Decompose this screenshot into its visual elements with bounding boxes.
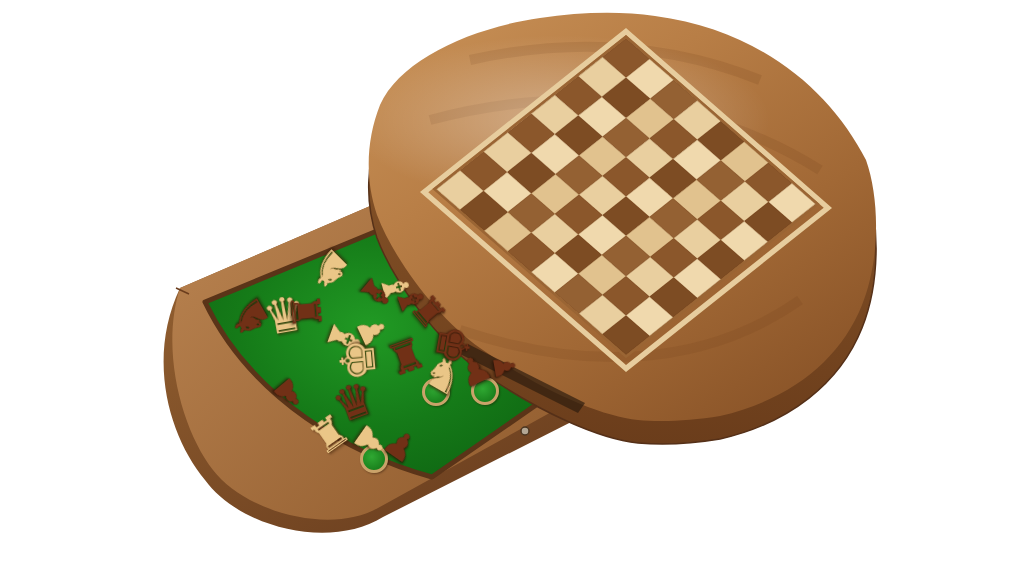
magnet-pin-icon (521, 427, 529, 435)
drawer-piece-dark-pawn: ♟ (488, 352, 520, 382)
drawer-piece-dark-king: ♚ (428, 322, 478, 368)
product-photo-stage: ♞♛♝♚♟♞♟♜♝♞♜♝♜♜♟♛♟♟♚♟♝ (0, 0, 1024, 576)
chess-box-illustration (0, 0, 1024, 576)
drawer-piece-dark-rook: ♜ (284, 291, 327, 330)
